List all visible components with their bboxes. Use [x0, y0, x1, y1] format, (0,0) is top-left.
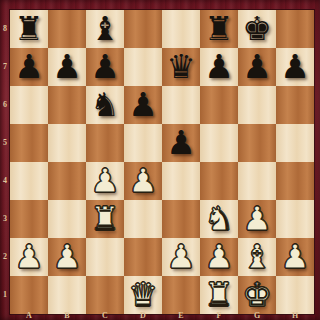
piece-white-king[interactable]: ♚ — [238, 276, 276, 314]
piece-black-queen[interactable]: ♛ — [162, 48, 200, 86]
file-label-d: D — [124, 312, 162, 320]
square-c3[interactable]: ♜ — [86, 200, 124, 238]
square-a5[interactable] — [10, 124, 48, 162]
chess-board[interactable]: ♜♝♜♚♟♟♟♛♟♟♟♞♟♟♟♟♜♞♟♟♟♟♟♝♟♛♜♚ — [10, 10, 314, 314]
piece-black-pawn[interactable]: ♟ — [276, 48, 314, 86]
file-label-c: C — [86, 312, 124, 320]
square-e7[interactable]: ♛ — [162, 48, 200, 86]
rank-label-6: 6 — [0, 86, 10, 124]
square-f5[interactable] — [200, 124, 238, 162]
piece-white-pawn[interactable]: ♟ — [10, 238, 48, 276]
piece-white-pawn[interactable]: ♟ — [200, 238, 238, 276]
rank-label-8: 8 — [0, 10, 10, 48]
piece-black-rook[interactable]: ♜ — [10, 10, 48, 48]
rank-label-4: 4 — [0, 162, 10, 200]
square-f7[interactable]: ♟ — [200, 48, 238, 86]
piece-black-pawn[interactable]: ♟ — [48, 48, 86, 86]
square-d8[interactable] — [124, 10, 162, 48]
rank-label-2: 2 — [0, 238, 10, 276]
board-frame: ♜♝♜♚♟♟♟♛♟♟♟♞♟♟♟♟♜♞♟♟♟♟♟♝♟♛♜♚ 87654321 AB… — [0, 0, 320, 320]
square-g2[interactable]: ♝ — [238, 238, 276, 276]
piece-white-rook[interactable]: ♜ — [86, 200, 124, 238]
square-e3[interactable] — [162, 200, 200, 238]
piece-white-knight[interactable]: ♞ — [200, 200, 238, 238]
square-a3[interactable] — [10, 200, 48, 238]
square-g5[interactable] — [238, 124, 276, 162]
square-a2[interactable]: ♟ — [10, 238, 48, 276]
square-c6[interactable]: ♞ — [86, 86, 124, 124]
rank-label-1: 1 — [0, 276, 10, 314]
file-label-e: E — [162, 312, 200, 320]
piece-black-rook[interactable]: ♜ — [200, 10, 238, 48]
square-c1[interactable] — [86, 276, 124, 314]
square-a1[interactable] — [10, 276, 48, 314]
square-h6[interactable] — [276, 86, 314, 124]
square-f2[interactable]: ♟ — [200, 238, 238, 276]
square-d4[interactable]: ♟ — [124, 162, 162, 200]
square-d1[interactable]: ♛ — [124, 276, 162, 314]
square-e8[interactable] — [162, 10, 200, 48]
square-e1[interactable] — [162, 276, 200, 314]
square-e5[interactable]: ♟ — [162, 124, 200, 162]
square-d3[interactable] — [124, 200, 162, 238]
square-e2[interactable]: ♟ — [162, 238, 200, 276]
rank-label-5: 5 — [0, 124, 10, 162]
piece-black-king[interactable]: ♚ — [238, 10, 276, 48]
square-b7[interactable]: ♟ — [48, 48, 86, 86]
square-h7[interactable]: ♟ — [276, 48, 314, 86]
piece-white-pawn[interactable]: ♟ — [162, 238, 200, 276]
file-label-h: H — [276, 312, 314, 320]
square-g8[interactable]: ♚ — [238, 10, 276, 48]
rank-label-3: 3 — [0, 200, 10, 238]
square-b3[interactable] — [48, 200, 86, 238]
square-g3[interactable]: ♟ — [238, 200, 276, 238]
square-g4[interactable] — [238, 162, 276, 200]
piece-black-pawn[interactable]: ♟ — [86, 48, 124, 86]
square-f4[interactable] — [200, 162, 238, 200]
square-a8[interactable]: ♜ — [10, 10, 48, 48]
square-h3[interactable] — [276, 200, 314, 238]
file-label-f: F — [200, 312, 238, 320]
piece-white-pawn[interactable]: ♟ — [276, 238, 314, 276]
square-d7[interactable] — [124, 48, 162, 86]
square-g7[interactable]: ♟ — [238, 48, 276, 86]
square-d6[interactable]: ♟ — [124, 86, 162, 124]
piece-black-knight[interactable]: ♞ — [86, 86, 124, 124]
piece-white-pawn[interactable]: ♟ — [48, 238, 86, 276]
square-c2[interactable] — [86, 238, 124, 276]
square-b4[interactable] — [48, 162, 86, 200]
piece-black-bishop[interactable]: ♝ — [86, 10, 124, 48]
square-h2[interactable]: ♟ — [276, 238, 314, 276]
square-f1[interactable]: ♜ — [200, 276, 238, 314]
square-c7[interactable]: ♟ — [86, 48, 124, 86]
square-d5[interactable] — [124, 124, 162, 162]
square-b2[interactable]: ♟ — [48, 238, 86, 276]
file-label-b: B — [48, 312, 86, 320]
piece-black-pawn[interactable]: ♟ — [238, 48, 276, 86]
piece-white-pawn[interactable]: ♟ — [124, 162, 162, 200]
piece-white-rook[interactable]: ♜ — [200, 276, 238, 314]
piece-black-pawn[interactable]: ♟ — [162, 124, 200, 162]
square-c4[interactable]: ♟ — [86, 162, 124, 200]
square-b5[interactable] — [48, 124, 86, 162]
square-a4[interactable] — [10, 162, 48, 200]
square-e4[interactable] — [162, 162, 200, 200]
square-f8[interactable]: ♜ — [200, 10, 238, 48]
square-g1[interactable]: ♚ — [238, 276, 276, 314]
square-f6[interactable] — [200, 86, 238, 124]
square-f3[interactable]: ♞ — [200, 200, 238, 238]
piece-white-queen[interactable]: ♛ — [124, 276, 162, 314]
piece-white-pawn[interactable]: ♟ — [238, 200, 276, 238]
piece-black-pawn[interactable]: ♟ — [200, 48, 238, 86]
square-c5[interactable] — [86, 124, 124, 162]
piece-black-pawn[interactable]: ♟ — [10, 48, 48, 86]
square-d2[interactable] — [124, 238, 162, 276]
square-h8[interactable] — [276, 10, 314, 48]
square-h1[interactable] — [276, 276, 314, 314]
square-a7[interactable]: ♟ — [10, 48, 48, 86]
piece-black-pawn[interactable]: ♟ — [124, 86, 162, 124]
piece-white-bishop[interactable]: ♝ — [238, 238, 276, 276]
square-b1[interactable] — [48, 276, 86, 314]
square-e6[interactable] — [162, 86, 200, 124]
square-c8[interactable]: ♝ — [86, 10, 124, 48]
square-g6[interactable] — [238, 86, 276, 124]
square-h5[interactable] — [276, 124, 314, 162]
piece-white-pawn[interactable]: ♟ — [86, 162, 124, 200]
rank-label-7: 7 — [0, 48, 10, 86]
square-h4[interactable] — [276, 162, 314, 200]
file-label-g: G — [238, 312, 276, 320]
file-label-a: A — [10, 312, 48, 320]
square-b8[interactable] — [48, 10, 86, 48]
square-a6[interactable] — [10, 86, 48, 124]
square-b6[interactable] — [48, 86, 86, 124]
